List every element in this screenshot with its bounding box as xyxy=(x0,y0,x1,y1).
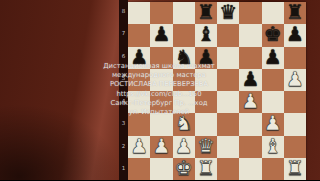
piece-white-queen-d2: ♛ xyxy=(197,136,215,156)
square-c8 xyxy=(173,2,195,24)
square-f3 xyxy=(239,113,261,135)
square-c2: ♟ xyxy=(173,136,195,158)
square-f4: ♟ xyxy=(239,91,261,113)
square-g6: ♟ xyxy=(262,47,284,69)
square-e2 xyxy=(217,136,239,158)
piece-white-rook-h1: ♜ xyxy=(286,158,304,178)
square-e1 xyxy=(217,158,239,180)
square-a8 xyxy=(128,2,150,24)
piece-black-pawn-f5: ♟ xyxy=(241,69,259,89)
square-h2 xyxy=(284,136,306,158)
rank-label-1: 1 xyxy=(119,158,128,181)
square-e3 xyxy=(217,113,239,135)
square-d2: ♛ xyxy=(195,136,217,158)
square-f8 xyxy=(239,2,261,24)
caption-line-5: Санкт-Петербург Пр. ...ход xyxy=(98,99,220,108)
piece-black-rook-h8: ♜ xyxy=(286,2,304,22)
piece-white-pawn-f4: ♟ xyxy=(241,91,259,111)
square-h5: ♟ xyxy=(284,69,306,91)
square-c7 xyxy=(173,24,195,46)
square-b7: ♟ xyxy=(150,24,172,46)
piece-white-pawn-g3: ♟ xyxy=(264,113,282,133)
square-e5 xyxy=(217,69,239,91)
square-g4 xyxy=(262,91,284,113)
video-frame[interactable]: 8 7 6 5 4 3 2 1 ♜♛♜♟♝♚♟♟♞♟♟♟♟♟♞♟♟♟♟♛♝♚♜♜… xyxy=(0,0,320,180)
square-f6 xyxy=(239,47,261,69)
piece-black-rook-d8: ♜ xyxy=(197,2,215,22)
square-b8 xyxy=(150,2,172,24)
square-a2: ♟ xyxy=(128,136,150,158)
caption-overlay: Дистанционная школа шахмат международног… xyxy=(98,62,220,117)
square-c1: ♚ xyxy=(173,158,195,180)
caption-line-6: ул. Испытателей xyxy=(98,108,220,117)
piece-white-pawn-b2: ♟ xyxy=(152,136,170,156)
square-g5 xyxy=(262,69,284,91)
square-h3 xyxy=(284,113,306,135)
piece-black-bishop-d7: ♝ xyxy=(197,24,215,44)
piece-white-bishop-g2: ♝ xyxy=(264,136,282,156)
piece-white-pawn-c2: ♟ xyxy=(175,136,193,156)
square-f2 xyxy=(239,136,261,158)
caption-line-1: Дистанционная школа шахмат xyxy=(98,62,220,71)
square-g2: ♝ xyxy=(262,136,284,158)
square-g8 xyxy=(262,2,284,24)
square-f5: ♟ xyxy=(239,69,261,91)
piece-white-pawn-h5: ♟ xyxy=(286,69,304,89)
piece-black-pawn-g6: ♟ xyxy=(264,47,282,67)
square-f7 xyxy=(239,24,261,46)
rank-label-8: 8 xyxy=(119,0,128,23)
square-a1 xyxy=(128,158,150,180)
piece-white-pawn-a2: ♟ xyxy=(130,136,148,156)
rank-label-7: 7 xyxy=(119,23,128,46)
square-a7 xyxy=(128,24,150,46)
square-h8: ♜ xyxy=(284,2,306,24)
square-h7: ♟ xyxy=(284,24,306,46)
square-b1 xyxy=(150,158,172,180)
square-g1 xyxy=(262,158,284,180)
square-f1 xyxy=(239,158,261,180)
piece-white-rook-d1: ♜ xyxy=(197,158,215,178)
square-e4 xyxy=(217,91,239,113)
square-h4 xyxy=(284,91,306,113)
square-e7 xyxy=(217,24,239,46)
square-g3: ♟ xyxy=(262,113,284,135)
piece-black-pawn-h7: ♟ xyxy=(286,24,304,44)
square-e6 xyxy=(217,47,239,69)
piece-black-queen-e8: ♛ xyxy=(219,2,237,22)
square-e8: ♛ xyxy=(217,2,239,24)
square-h6 xyxy=(284,47,306,69)
piece-white-king-c1: ♚ xyxy=(175,158,193,178)
square-d1: ♜ xyxy=(195,158,217,180)
square-g7: ♚ xyxy=(262,24,284,46)
rank-label-2: 2 xyxy=(119,135,128,158)
square-d8: ♜ xyxy=(195,2,217,24)
piece-black-pawn-b7: ♟ xyxy=(152,24,170,44)
square-d7: ♝ xyxy=(195,24,217,46)
caption-line-3: РОСТИСЛАВА ПЕРЕВЕРЗЕВА xyxy=(98,80,220,89)
piece-black-king-g7: ♚ xyxy=(264,24,282,44)
caption-line-4: https://vk.com/club...150 xyxy=(98,90,220,99)
square-b2: ♟ xyxy=(150,136,172,158)
square-h1: ♜ xyxy=(284,158,306,180)
